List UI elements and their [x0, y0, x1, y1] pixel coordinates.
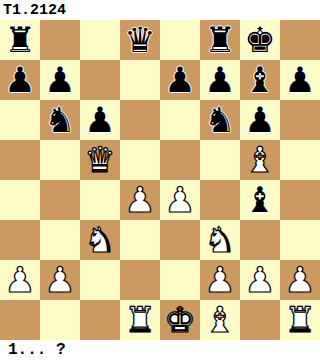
- white-pawn: ♟: [204, 260, 235, 300]
- black-pawn: ♟: [44, 60, 75, 100]
- white-pawn: ♟: [164, 180, 195, 220]
- black-knight: ♞: [204, 100, 235, 140]
- square-g7[interactable]: ♝: [240, 60, 280, 100]
- black-knight: ♞: [44, 100, 75, 140]
- white-pawn: ♟: [4, 260, 35, 300]
- square-g3[interactable]: [240, 220, 280, 260]
- black-pawn: ♟: [244, 100, 275, 140]
- square-f4[interactable]: [200, 180, 240, 220]
- square-c1[interactable]: [80, 300, 120, 340]
- white-pawn: ♟: [124, 180, 155, 220]
- white-pawn: ♟: [44, 260, 75, 300]
- square-c5[interactable]: ♛: [80, 140, 120, 180]
- white-pawn: ♟: [244, 260, 275, 300]
- black-queen: ♛: [124, 20, 155, 60]
- square-c4[interactable]: [80, 180, 120, 220]
- square-b5[interactable]: [40, 140, 80, 180]
- white-rook: ♜: [284, 300, 315, 340]
- square-g5[interactable]: ♝: [240, 140, 280, 180]
- square-f1[interactable]: ♝: [200, 300, 240, 340]
- white-queen: ♛: [84, 140, 115, 180]
- square-d7[interactable]: [120, 60, 160, 100]
- square-b8[interactable]: [40, 20, 80, 60]
- black-pawn: ♟: [164, 60, 195, 100]
- square-d6[interactable]: [120, 100, 160, 140]
- square-h4[interactable]: [280, 180, 320, 220]
- white-king: ♚: [164, 300, 195, 340]
- square-c6[interactable]: ♟: [80, 100, 120, 140]
- square-h5[interactable]: [280, 140, 320, 180]
- square-g8[interactable]: ♚: [240, 20, 280, 60]
- square-f6[interactable]: ♞: [200, 100, 240, 140]
- square-a2[interactable]: ♟: [0, 260, 40, 300]
- square-e5[interactable]: [160, 140, 200, 180]
- footer-bar: 1... ?: [0, 340, 320, 360]
- white-bishop: ♝: [244, 140, 275, 180]
- square-d8[interactable]: ♛: [120, 20, 160, 60]
- square-e6[interactable]: [160, 100, 200, 140]
- square-a3[interactable]: [0, 220, 40, 260]
- square-d5[interactable]: [120, 140, 160, 180]
- square-g1[interactable]: [240, 300, 280, 340]
- square-a5[interactable]: [0, 140, 40, 180]
- white-bishop: ♝: [204, 300, 235, 340]
- black-pawn: ♟: [84, 100, 115, 140]
- square-f3[interactable]: ♞: [200, 220, 240, 260]
- square-b1[interactable]: [40, 300, 80, 340]
- square-h7[interactable]: ♟: [280, 60, 320, 100]
- square-h1[interactable]: ♜: [280, 300, 320, 340]
- black-pawn: ♟: [4, 60, 35, 100]
- square-b7[interactable]: ♟: [40, 60, 80, 100]
- black-bishop: ♝: [244, 180, 275, 220]
- square-h6[interactable]: [280, 100, 320, 140]
- chess-board: ♜♛♜♚♟♟♟♟♝♟♞♟♞♟♛♝♟♟♝♞♞♟♟♟♟♟♜♚♝♜: [0, 20, 320, 340]
- white-rook: ♜: [124, 300, 155, 340]
- black-king: ♚: [244, 20, 275, 60]
- square-b2[interactable]: ♟: [40, 260, 80, 300]
- puzzle-id: T1.2124: [3, 2, 66, 19]
- square-a1[interactable]: [0, 300, 40, 340]
- square-b4[interactable]: [40, 180, 80, 220]
- black-bishop: ♝: [244, 60, 275, 100]
- square-c8[interactable]: [80, 20, 120, 60]
- move-prompt: 1... ?: [8, 341, 66, 359]
- black-rook: ♜: [4, 20, 35, 60]
- white-knight: ♞: [84, 220, 115, 260]
- square-a8[interactable]: ♜: [0, 20, 40, 60]
- square-g6[interactable]: ♟: [240, 100, 280, 140]
- chess-puzzle-app: T1.2124 ♜♛♜♚♟♟♟♟♝♟♞♟♞♟♛♝♟♟♝♞♞♟♟♟♟♟♜♚♝♜ 1…: [0, 0, 320, 360]
- square-g4[interactable]: ♝: [240, 180, 280, 220]
- square-b6[interactable]: ♞: [40, 100, 80, 140]
- square-g2[interactable]: ♟: [240, 260, 280, 300]
- square-f8[interactable]: ♜: [200, 20, 240, 60]
- square-d1[interactable]: ♜: [120, 300, 160, 340]
- black-rook: ♜: [204, 20, 235, 60]
- square-d3[interactable]: [120, 220, 160, 260]
- square-f7[interactable]: ♟: [200, 60, 240, 100]
- square-e8[interactable]: [160, 20, 200, 60]
- square-e1[interactable]: ♚: [160, 300, 200, 340]
- square-d4[interactable]: ♟: [120, 180, 160, 220]
- square-c3[interactable]: ♞: [80, 220, 120, 260]
- square-h3[interactable]: [280, 220, 320, 260]
- square-c2[interactable]: [80, 260, 120, 300]
- white-pawn: ♟: [284, 260, 315, 300]
- white-knight: ♞: [204, 220, 235, 260]
- black-pawn: ♟: [284, 60, 315, 100]
- square-b3[interactable]: [40, 220, 80, 260]
- square-h2[interactable]: ♟: [280, 260, 320, 300]
- square-h8[interactable]: [280, 20, 320, 60]
- square-d2[interactable]: [120, 260, 160, 300]
- square-f5[interactable]: [200, 140, 240, 180]
- square-c7[interactable]: [80, 60, 120, 100]
- square-f2[interactable]: ♟: [200, 260, 240, 300]
- black-pawn: ♟: [204, 60, 235, 100]
- square-a7[interactable]: ♟: [0, 60, 40, 100]
- square-e3[interactable]: [160, 220, 200, 260]
- square-a4[interactable]: [0, 180, 40, 220]
- square-e4[interactable]: ♟: [160, 180, 200, 220]
- square-a6[interactable]: [0, 100, 40, 140]
- square-e2[interactable]: [160, 260, 200, 300]
- header-bar: T1.2124: [0, 0, 320, 20]
- square-e7[interactable]: ♟: [160, 60, 200, 100]
